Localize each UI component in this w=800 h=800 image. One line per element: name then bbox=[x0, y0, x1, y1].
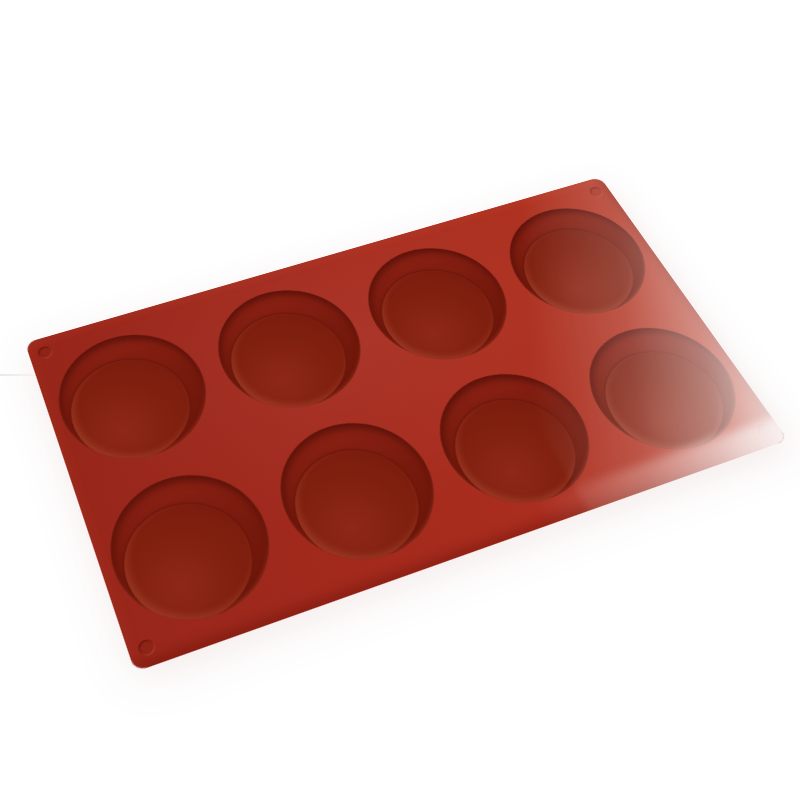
cavity bbox=[347, 234, 531, 376]
cavity-floor bbox=[215, 301, 364, 423]
cavity bbox=[42, 319, 226, 478]
corner-dimple bbox=[754, 422, 775, 438]
cavity-floor bbox=[584, 339, 745, 465]
cavity-floor bbox=[108, 488, 270, 639]
cavity bbox=[91, 456, 292, 642]
corner-dimple bbox=[587, 185, 605, 197]
corner-dimple bbox=[135, 637, 156, 658]
cavity bbox=[258, 405, 459, 580]
cavity-floor bbox=[57, 346, 205, 475]
cavity-floor bbox=[364, 259, 512, 374]
product-photo bbox=[0, 0, 800, 800]
cavity-floor bbox=[505, 218, 653, 327]
cavity bbox=[564, 312, 764, 468]
corner-dimple bbox=[36, 345, 54, 360]
cavity-floor bbox=[277, 435, 439, 577]
baking-mold bbox=[25, 177, 788, 672]
cavity bbox=[416, 357, 617, 522]
cavity bbox=[487, 195, 671, 330]
mold-perspective-wrap bbox=[25, 177, 788, 672]
cavity-floor bbox=[435, 386, 597, 520]
cavity bbox=[199, 275, 383, 425]
